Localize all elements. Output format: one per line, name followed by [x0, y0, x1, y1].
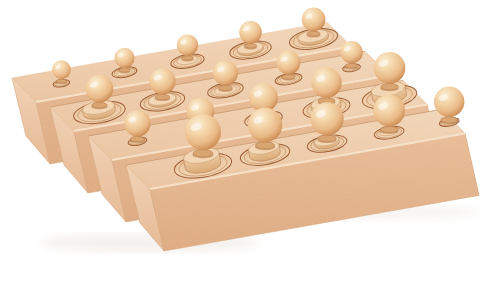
knob-sphere: [277, 51, 301, 75]
knob-collar: [193, 150, 213, 158]
knob-collar: [119, 68, 130, 72]
knob-sphere: [86, 75, 114, 103]
product-photo-montessori-cylinder-blocks: [0, 0, 500, 282]
knob-collar: [130, 136, 144, 141]
cylinder-blocks-illustration: [0, 0, 500, 282]
knob-collar: [282, 74, 295, 79]
knob-collar: [56, 79, 66, 83]
knob-collar: [244, 44, 256, 49]
knobbed-cylinder-b1-c1: [52, 60, 71, 88]
knob-sphere: [52, 60, 71, 79]
knob-sphere: [434, 87, 464, 117]
knob-collar: [381, 83, 398, 90]
knobbed-cylinder-b2-c5: [340, 41, 362, 73]
knob-collar: [441, 117, 458, 123]
knobbed-cylinder-b3-c1: [124, 110, 150, 147]
knob-collar: [155, 94, 169, 99]
knob-collar: [318, 135, 336, 142]
knob-collar: [219, 85, 233, 90]
knob-sphere: [185, 114, 221, 150]
knob-collar: [182, 56, 194, 60]
knob-sphere: [373, 95, 405, 127]
knob-collar: [380, 126, 397, 133]
knob-sphere: [124, 110, 150, 136]
knob-collar: [307, 31, 320, 36]
knob-collar: [256, 142, 275, 149]
knob-sphere: [177, 34, 198, 55]
knob-sphere: [302, 8, 326, 32]
knob-sphere: [340, 41, 362, 63]
knob-sphere: [374, 52, 406, 84]
knob-sphere: [248, 108, 283, 143]
knob-sphere: [149, 68, 175, 94]
knob-sphere: [311, 68, 341, 98]
knob-collar: [345, 63, 357, 68]
knob-sphere: [114, 48, 134, 68]
knob-sphere: [213, 60, 238, 85]
knob-sphere: [310, 102, 343, 135]
knobbed-cylinder-b4-c4: [373, 95, 405, 142]
knob-sphere: [239, 21, 262, 44]
knob-collar: [92, 102, 107, 108]
